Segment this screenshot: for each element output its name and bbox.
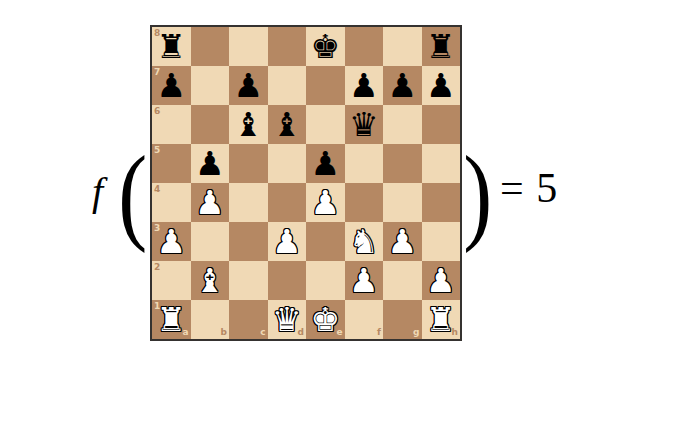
square-c5 <box>229 144 268 183</box>
square-a4: 4 <box>152 183 191 222</box>
white-bishop-b2: ♝ <box>191 261 230 300</box>
square-a1: 1a♜ <box>152 300 191 339</box>
white-queen-d1: ♛ <box>268 300 307 339</box>
square-b6 <box>191 105 230 144</box>
file-label-c: c <box>260 328 265 337</box>
square-b7 <box>191 66 230 105</box>
square-c3 <box>229 222 268 261</box>
square-e1: e♚ <box>306 300 345 339</box>
square-g7: ♟ <box>383 66 422 105</box>
square-c4 <box>229 183 268 222</box>
square-b3 <box>191 222 230 261</box>
chessboard: 8♜♚♜7♟♟♟♟♟6♝♝♛5♟♟4♟♟3♟♟♞♟2♝♟♟1a♜bcd♛e♚fg… <box>150 25 462 341</box>
black-pawn-f7: ♟ <box>345 66 384 105</box>
black-queen-f6: ♛ <box>345 105 384 144</box>
square-c8 <box>229 27 268 66</box>
square-b1: b <box>191 300 230 339</box>
function-label: f <box>92 172 103 212</box>
square-f8 <box>345 27 384 66</box>
square-h6 <box>422 105 461 144</box>
square-h4 <box>422 183 461 222</box>
square-f4 <box>345 183 384 222</box>
square-f3: ♞ <box>345 222 384 261</box>
square-d1: d♛ <box>268 300 307 339</box>
square-f6: ♛ <box>345 105 384 144</box>
square-a2: 2 <box>152 261 191 300</box>
square-e4: ♟ <box>306 183 345 222</box>
square-e2 <box>306 261 345 300</box>
square-a7: 7♟ <box>152 66 191 105</box>
black-pawn-b5: ♟ <box>191 144 230 183</box>
square-d4 <box>268 183 307 222</box>
evaluation-result: = 5 <box>500 167 558 209</box>
square-c2 <box>229 261 268 300</box>
white-pawn-g3: ♟ <box>383 222 422 261</box>
white-pawn-b4: ♟ <box>191 183 230 222</box>
white-pawn-e4: ♟ <box>306 183 345 222</box>
square-b4: ♟ <box>191 183 230 222</box>
square-g1: g <box>383 300 422 339</box>
rank-label-6: 6 <box>154 107 160 116</box>
square-a5: 5 <box>152 144 191 183</box>
square-e8: ♚ <box>306 27 345 66</box>
white-pawn-f2: ♟ <box>345 261 384 300</box>
file-label-g: g <box>413 328 419 337</box>
square-g3: ♟ <box>383 222 422 261</box>
square-f2: ♟ <box>345 261 384 300</box>
square-a8: 8♜ <box>152 27 191 66</box>
square-h8: ♜ <box>422 27 461 66</box>
square-g8 <box>383 27 422 66</box>
black-pawn-a7: ♟ <box>152 66 191 105</box>
square-a6: 6 <box>152 105 191 144</box>
square-e3 <box>306 222 345 261</box>
black-rook-h8: ♜ <box>422 27 461 66</box>
rank-label-2: 2 <box>154 263 160 272</box>
square-c1: c <box>229 300 268 339</box>
square-b5: ♟ <box>191 144 230 183</box>
white-king-e1: ♚ <box>306 300 345 339</box>
white-pawn-h2: ♟ <box>422 261 461 300</box>
square-g2 <box>383 261 422 300</box>
black-pawn-g7: ♟ <box>383 66 422 105</box>
black-pawn-e5: ♟ <box>306 144 345 183</box>
square-b8 <box>191 27 230 66</box>
square-d3: ♟ <box>268 222 307 261</box>
square-d8 <box>268 27 307 66</box>
rank-label-5: 5 <box>154 146 160 155</box>
black-rook-a8: ♜ <box>152 27 191 66</box>
white-pawn-d3: ♟ <box>268 222 307 261</box>
file-label-b: b <box>221 328 227 337</box>
square-e6 <box>306 105 345 144</box>
white-knight-f3: ♞ <box>345 222 384 261</box>
square-d7 <box>268 66 307 105</box>
square-h7: ♟ <box>422 66 461 105</box>
rank-label-4: 4 <box>154 185 160 194</box>
square-g6 <box>383 105 422 144</box>
open-paren: ( <box>118 140 147 248</box>
square-f1: f <box>345 300 384 339</box>
black-pawn-c7: ♟ <box>229 66 268 105</box>
square-d6: ♝ <box>268 105 307 144</box>
square-c6: ♝ <box>229 105 268 144</box>
white-rook-a1: ♜ <box>152 300 191 339</box>
square-d2 <box>268 261 307 300</box>
square-e7 <box>306 66 345 105</box>
close-paren: ) <box>463 140 492 248</box>
black-bishop-d6: ♝ <box>268 105 307 144</box>
square-g4 <box>383 183 422 222</box>
square-b2: ♝ <box>191 261 230 300</box>
square-c7: ♟ <box>229 66 268 105</box>
square-h2: ♟ <box>422 261 461 300</box>
black-bishop-c6: ♝ <box>229 105 268 144</box>
figure-evaluation-equation: f ( 8♜♚♜7♟♟♟♟♟6♝♝♛5♟♟4♟♟3♟♟♞♟2♝♟♟1a♜bcd♛… <box>0 0 673 433</box>
square-a3: 3♟ <box>152 222 191 261</box>
square-e5: ♟ <box>306 144 345 183</box>
file-label-f: f <box>377 328 381 337</box>
black-king-e8: ♚ <box>306 27 345 66</box>
square-d5 <box>268 144 307 183</box>
square-g5 <box>383 144 422 183</box>
square-f7: ♟ <box>345 66 384 105</box>
square-h3 <box>422 222 461 261</box>
white-pawn-a3: ♟ <box>152 222 191 261</box>
square-h5 <box>422 144 461 183</box>
square-h1: h♜ <box>422 300 461 339</box>
white-rook-h1: ♜ <box>422 300 461 339</box>
black-pawn-h7: ♟ <box>422 66 461 105</box>
square-f5 <box>345 144 384 183</box>
